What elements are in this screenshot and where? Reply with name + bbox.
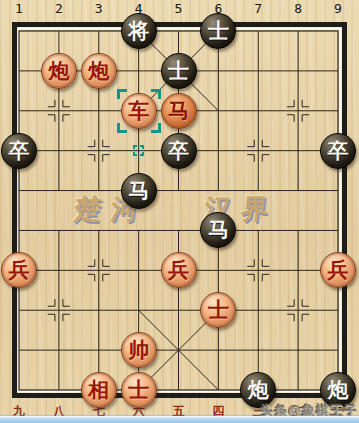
piece-red-general[interactable]: 帅 [121,332,157,368]
bracket-corner [133,152,137,156]
window-edge-strip [0,417,359,423]
bracket-corner [133,145,137,149]
piece-black-general[interactable]: 将 [121,13,157,49]
piece-black-horse[interactable]: 马 [121,173,157,209]
file-label-bottom-1: 九 [13,405,25,417]
bracket-corner [117,89,127,99]
piece-black-soldier[interactable]: 卒 [161,133,197,169]
file-label-top-9: 9 [334,2,342,15]
piece-black-soldier[interactable]: 卒 [320,133,356,169]
xiangqi-app: 123456789 九八七六五四三二一 楚河 汉界 将士士炮炮车马卒卒卒马马兵兵… [0,0,359,423]
file-label-bottom-5: 五 [173,405,185,417]
piece-red-horse[interactable]: 马 [161,93,197,129]
piece-red-chariot[interactable]: 车 [121,93,157,129]
file-label-top-8: 8 [294,2,302,15]
file-label-top-5: 5 [175,2,183,15]
file-label-bottom-6: 四 [212,405,224,417]
bracket-corner [140,145,144,149]
piece-red-cannon[interactable]: 炮 [41,53,77,89]
file-label-top-3: 3 [95,2,103,15]
piece-red-cannon[interactable]: 炮 [81,53,117,89]
piece-red-advisor[interactable]: 士 [121,372,157,408]
move-target-marker [133,145,144,156]
file-label-top-1: 1 [15,2,23,15]
piece-black-advisor[interactable]: 士 [161,53,197,89]
file-label-top-7: 7 [254,2,262,15]
piece-black-soldier[interactable]: 卒 [1,133,37,169]
bracket-corner [151,123,161,133]
bracket-corner [117,123,127,133]
piece-red-elephant[interactable]: 相 [81,372,117,408]
piece-red-soldier[interactable]: 兵 [161,252,197,288]
file-label-bottom-2: 八 [53,405,65,417]
bracket-corner [140,152,144,156]
file-label-top-2: 2 [55,2,63,15]
bracket-corner [151,89,161,99]
